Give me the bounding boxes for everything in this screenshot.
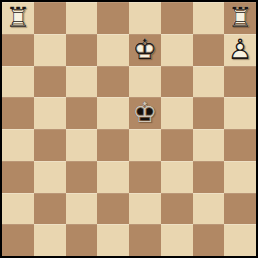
square-d8[interactable] xyxy=(97,2,129,34)
square-e8[interactable] xyxy=(129,2,161,34)
square-c1[interactable] xyxy=(66,224,98,256)
square-e6[interactable] xyxy=(129,66,161,98)
square-a1[interactable] xyxy=(2,224,34,256)
piece-white-pawn[interactable]: ♟♙ xyxy=(224,34,256,66)
square-g7[interactable] xyxy=(193,34,225,66)
piece-black-king[interactable]: ♚♔ xyxy=(129,97,161,129)
square-e5[interactable]: ♚♔ xyxy=(129,97,161,129)
square-h6[interactable] xyxy=(224,66,256,98)
square-h8[interactable]: ♜♖ xyxy=(224,2,256,34)
piece-white-king[interactable]: ♚♔ xyxy=(129,34,161,66)
square-a2[interactable] xyxy=(2,193,34,225)
square-b4[interactable] xyxy=(34,129,66,161)
square-d7[interactable] xyxy=(97,34,129,66)
square-g5[interactable] xyxy=(193,97,225,129)
square-g6[interactable] xyxy=(193,66,225,98)
square-c4[interactable] xyxy=(66,129,98,161)
square-d4[interactable] xyxy=(97,129,129,161)
square-g2[interactable] xyxy=(193,193,225,225)
square-f7[interactable] xyxy=(161,34,193,66)
white-rook-outline: ♖ xyxy=(224,2,256,34)
square-f4[interactable] xyxy=(161,129,193,161)
square-b8[interactable] xyxy=(34,2,66,34)
white-pawn-outline: ♙ xyxy=(224,34,256,66)
square-h5[interactable] xyxy=(224,97,256,129)
square-f5[interactable] xyxy=(161,97,193,129)
square-a3[interactable] xyxy=(2,161,34,193)
square-e4[interactable] xyxy=(129,129,161,161)
white-king-outline: ♔ xyxy=(129,34,161,66)
square-c2[interactable] xyxy=(66,193,98,225)
square-e7[interactable]: ♚♔ xyxy=(129,34,161,66)
square-h4[interactable] xyxy=(224,129,256,161)
square-c3[interactable] xyxy=(66,161,98,193)
square-f6[interactable] xyxy=(161,66,193,98)
square-d1[interactable] xyxy=(97,224,129,256)
square-a6[interactable] xyxy=(2,66,34,98)
square-g1[interactable] xyxy=(193,224,225,256)
black-king-outline: ♔ xyxy=(129,97,161,129)
chess-board: ♜♖♜♖♚♔♟♙♚♔ xyxy=(0,0,258,258)
square-h3[interactable] xyxy=(224,161,256,193)
square-g8[interactable] xyxy=(193,2,225,34)
piece-white-rook[interactable]: ♜♖ xyxy=(224,2,256,34)
square-f8[interactable] xyxy=(161,2,193,34)
square-b1[interactable] xyxy=(34,224,66,256)
square-e1[interactable] xyxy=(129,224,161,256)
square-a5[interactable] xyxy=(2,97,34,129)
square-g3[interactable] xyxy=(193,161,225,193)
square-c7[interactable] xyxy=(66,34,98,66)
square-b5[interactable] xyxy=(34,97,66,129)
square-b3[interactable] xyxy=(34,161,66,193)
white-rook-outline: ♖ xyxy=(2,2,34,34)
square-d3[interactable] xyxy=(97,161,129,193)
square-f1[interactable] xyxy=(161,224,193,256)
square-c8[interactable] xyxy=(66,2,98,34)
square-g4[interactable] xyxy=(193,129,225,161)
square-d5[interactable] xyxy=(97,97,129,129)
square-h2[interactable] xyxy=(224,193,256,225)
square-d2[interactable] xyxy=(97,193,129,225)
piece-white-rook[interactable]: ♜♖ xyxy=(2,2,34,34)
square-e2[interactable] xyxy=(129,193,161,225)
square-f2[interactable] xyxy=(161,193,193,225)
square-b6[interactable] xyxy=(34,66,66,98)
square-a8[interactable]: ♜♖ xyxy=(2,2,34,34)
square-e3[interactable] xyxy=(129,161,161,193)
square-d6[interactable] xyxy=(97,66,129,98)
square-a4[interactable] xyxy=(2,129,34,161)
square-b7[interactable] xyxy=(34,34,66,66)
square-f3[interactable] xyxy=(161,161,193,193)
square-c6[interactable] xyxy=(66,66,98,98)
square-h7[interactable]: ♟♙ xyxy=(224,34,256,66)
board-grid: ♜♖♜♖♚♔♟♙♚♔ xyxy=(2,2,256,256)
square-c5[interactable] xyxy=(66,97,98,129)
square-a7[interactable] xyxy=(2,34,34,66)
square-h1[interactable] xyxy=(224,224,256,256)
square-b2[interactable] xyxy=(34,193,66,225)
